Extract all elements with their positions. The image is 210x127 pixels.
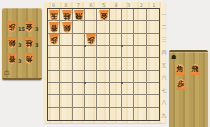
square-5f[interactable] — [97, 71, 109, 83]
rank-label-4: 四 — [161, 46, 167, 59]
piece-gote-hand-silver[interactable]: 銀 — [7, 37, 17, 48]
square-7i[interactable] — [73, 108, 85, 120]
square-2c[interactable] — [134, 34, 146, 46]
board-grid: 玉桂飛金香銀歩歩 — [47, 8, 160, 121]
square-5g[interactable] — [97, 83, 109, 95]
rank-label-3: 三 — [161, 33, 167, 46]
square-1c[interactable] — [147, 34, 159, 46]
square-9g[interactable] — [48, 83, 60, 95]
square-2g[interactable] — [134, 83, 146, 95]
hoshi-dot — [121, 82, 123, 84]
square-6b[interactable] — [85, 21, 97, 33]
square-6d[interactable] — [85, 46, 97, 58]
square-2f[interactable] — [134, 71, 146, 83]
square-4g[interactable] — [110, 83, 122, 95]
square-1i[interactable] — [147, 108, 159, 120]
hand-count-silver: 3 — [18, 43, 21, 48]
square-3i[interactable] — [122, 108, 134, 120]
square-3a[interactable] — [122, 9, 134, 21]
square-2e[interactable] — [134, 58, 146, 70]
square-1a[interactable] — [147, 9, 159, 21]
piece-gote-hand-knight[interactable]: 桂 — [24, 37, 34, 48]
square-8c[interactable] — [60, 34, 72, 46]
piece-gote-hand-bishop[interactable]: 角 — [24, 53, 34, 64]
shogi-board-panel: 987654321 一二三四五六七八九 玉桂飛金香銀歩歩 — [44, 2, 166, 123]
square-6e[interactable] — [85, 58, 97, 70]
square-9i[interactable] — [48, 108, 60, 120]
square-2d[interactable] — [134, 46, 146, 58]
square-6f[interactable] — [85, 71, 97, 83]
square-4e[interactable] — [110, 58, 122, 70]
square-5b[interactable] — [97, 21, 109, 33]
gote-hand-stand: ☖ 歩15金3銀3桂3香3角 — [2, 8, 42, 80]
square-5e[interactable] — [97, 58, 109, 70]
rank-label-8: 八 — [161, 96, 167, 109]
hand-count-knight: 3 — [35, 43, 38, 48]
square-4a[interactable] — [110, 9, 122, 21]
piece-gote-hand-pawn[interactable]: 歩 — [7, 21, 17, 32]
square-8g[interactable] — [60, 83, 72, 95]
square-6h[interactable] — [85, 95, 97, 107]
piece-sente-hand-pawn[interactable]: 歩 — [176, 79, 186, 90]
square-4c[interactable] — [110, 34, 122, 46]
piece-sente-hand-bishop[interactable]: 角 — [175, 64, 185, 75]
square-4d[interactable] — [110, 46, 122, 58]
square-9h[interactable] — [48, 95, 60, 107]
square-6i[interactable] — [85, 108, 97, 120]
piece-sente-hand-rook[interactable]: 飛 — [190, 64, 200, 75]
square-3c[interactable] — [122, 34, 134, 46]
square-9f[interactable] — [48, 71, 60, 83]
square-7c[interactable] — [73, 34, 85, 46]
square-8e[interactable] — [60, 58, 72, 70]
square-9d[interactable] — [48, 46, 60, 58]
rank-label-9: 九 — [161, 109, 167, 122]
square-3b[interactable] — [122, 21, 134, 33]
square-8f[interactable] — [60, 71, 72, 83]
square-3h[interactable] — [122, 95, 134, 107]
piece-gote-hand-lance[interactable]: 香 — [7, 53, 17, 64]
square-6g[interactable] — [85, 83, 97, 95]
rank-coordinates: 一二三四五六七八九 — [161, 8, 167, 121]
gote-player-icon: ☖ — [4, 70, 9, 76]
hand-count-pawn: 15 — [18, 27, 25, 32]
square-8h[interactable] — [60, 95, 72, 107]
square-9e[interactable] — [48, 58, 60, 70]
square-4f[interactable] — [110, 71, 122, 83]
rank-label-7: 七 — [161, 83, 167, 96]
square-8d[interactable] — [60, 46, 72, 58]
square-3f[interactable] — [122, 71, 134, 83]
square-7h[interactable] — [73, 95, 85, 107]
square-5h[interactable] — [97, 95, 109, 107]
hoshi-dot — [84, 82, 86, 84]
shogi-app: ☖ 歩15金3銀3桂3香3角 987654321 一二三四五六七八九 玉桂飛金香… — [0, 0, 210, 127]
square-1g[interactable] — [147, 83, 159, 95]
square-4h[interactable] — [110, 95, 122, 107]
square-5c[interactable] — [97, 34, 109, 46]
square-5i[interactable] — [97, 108, 109, 120]
square-3g[interactable] — [122, 83, 134, 95]
square-1e[interactable] — [147, 58, 159, 70]
square-2i[interactable] — [134, 108, 146, 120]
piece-gote-hand-gold[interactable]: 金 — [24, 21, 34, 32]
square-2a[interactable] — [134, 9, 146, 21]
square-5d[interactable] — [97, 46, 109, 58]
square-1f[interactable] — [147, 71, 159, 83]
square-8i[interactable] — [60, 108, 72, 120]
square-3e[interactable] — [122, 58, 134, 70]
square-4b[interactable] — [110, 21, 122, 33]
square-7g[interactable] — [73, 83, 85, 95]
rank-label-1: 一 — [161, 8, 167, 21]
hand-count-gold: 3 — [35, 27, 38, 32]
square-7b[interactable] — [73, 21, 85, 33]
square-4i[interactable] — [110, 108, 122, 120]
sente-hand-stand: ☗ 角飛歩 — [169, 50, 208, 127]
hand-count-lance: 3 — [18, 59, 21, 64]
square-6a[interactable] — [85, 9, 97, 21]
square-2h[interactable] — [134, 95, 146, 107]
square-7f[interactable] — [73, 71, 85, 83]
square-2b[interactable] — [134, 21, 146, 33]
square-1b[interactable] — [147, 21, 159, 33]
square-3d[interactable] — [122, 46, 134, 58]
square-1h[interactable] — [147, 95, 159, 107]
square-7d[interactable] — [73, 46, 85, 58]
sente-player-icon: ☗ — [171, 54, 176, 60]
square-7e[interactable] — [73, 58, 85, 70]
square-1d[interactable] — [147, 46, 159, 58]
rank-label-6: 六 — [161, 71, 167, 84]
rank-label-2: 二 — [161, 21, 167, 34]
rank-label-5: 五 — [161, 58, 167, 71]
hoshi-dot — [84, 45, 86, 47]
hoshi-dot — [121, 45, 123, 47]
